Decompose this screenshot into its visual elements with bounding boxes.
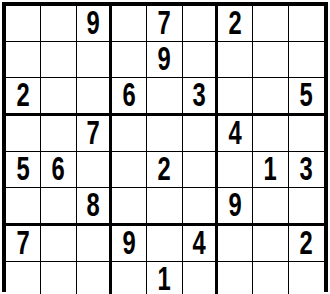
given-digit: 9: [86, 6, 99, 41]
cell-r3c2[interactable]: [41, 78, 76, 116]
cell-r3c5[interactable]: [147, 78, 182, 116]
cell-r2c4[interactable]: [112, 42, 147, 78]
given-digit: 1: [158, 262, 171, 294]
cell-r7c6[interactable]: 4: [183, 226, 218, 262]
cell-r5c5[interactable]: 2: [147, 152, 182, 188]
cell-r4c7[interactable]: 4: [218, 116, 253, 152]
cell-r4c8[interactable]: [253, 116, 288, 152]
cell-r6c7[interactable]: 9: [218, 188, 253, 226]
given-digit: 9: [158, 42, 171, 77]
given-digit: 3: [192, 78, 205, 113]
given-digit: 5: [300, 78, 313, 113]
cell-r5c4[interactable]: [112, 152, 147, 188]
cell-r3c8[interactable]: [253, 78, 288, 116]
cell-r6c2[interactable]: [41, 188, 76, 226]
given-digit: 6: [52, 152, 65, 187]
cell-r1c1[interactable]: [6, 6, 41, 42]
cell-r7c3[interactable]: [77, 226, 112, 262]
cell-r3c4[interactable]: 6: [112, 78, 147, 116]
given-digit: 2: [17, 78, 30, 113]
given-digit: 5: [17, 152, 30, 187]
cell-r2c1[interactable]: [6, 42, 41, 78]
cell-r5c9[interactable]: 3: [289, 152, 324, 188]
cell-r5c7[interactable]: [218, 152, 253, 188]
sudoku-board: 9729263574562138979421531: [2, 2, 328, 292]
cell-r3c1[interactable]: 2: [6, 78, 41, 116]
cell-r2c5[interactable]: 9: [147, 42, 182, 78]
cell-r5c3[interactable]: [77, 152, 112, 188]
cell-r1c5[interactable]: 7: [147, 6, 182, 42]
cell-r8c1[interactable]: [6, 262, 41, 294]
cell-r2c8[interactable]: [253, 42, 288, 78]
cell-r1c6[interactable]: [183, 6, 218, 42]
cell-r7c2[interactable]: [41, 226, 76, 262]
cell-r2c7[interactable]: [218, 42, 253, 78]
cell-r6c5[interactable]: [147, 188, 182, 226]
given-digit: 3: [300, 152, 313, 187]
cell-r6c3[interactable]: 8: [77, 188, 112, 226]
cell-r6c6[interactable]: [183, 188, 218, 226]
given-digit: 1: [264, 152, 277, 187]
cell-r7c8[interactable]: [253, 226, 288, 262]
cell-r1c3[interactable]: 9: [77, 6, 112, 42]
given-digit: 9: [229, 188, 242, 223]
cell-r7c1[interactable]: 7: [6, 226, 41, 262]
cell-r4c9[interactable]: [289, 116, 324, 152]
cell-r1c4[interactable]: [112, 6, 147, 42]
cell-r1c8[interactable]: [253, 6, 288, 42]
cell-r1c2[interactable]: [41, 6, 76, 42]
given-digit: 8: [86, 188, 99, 223]
cell-r4c4[interactable]: [112, 116, 147, 152]
cell-r2c2[interactable]: [41, 42, 76, 78]
cell-r1c7[interactable]: 2: [218, 6, 253, 42]
given-digit: 6: [123, 78, 136, 113]
cell-r2c9[interactable]: [289, 42, 324, 78]
cell-r2c6[interactable]: [183, 42, 218, 78]
cell-r4c1[interactable]: [6, 116, 41, 152]
cell-r4c3[interactable]: 7: [77, 116, 112, 152]
cell-r3c6[interactable]: 3: [183, 78, 218, 116]
cell-r8c3[interactable]: [77, 262, 112, 294]
cell-r7c4[interactable]: 9: [112, 226, 147, 262]
cell-r6c1[interactable]: [6, 188, 41, 226]
cell-r3c7[interactable]: [218, 78, 253, 116]
cell-r5c1[interactable]: 5: [6, 152, 41, 188]
cell-r4c6[interactable]: [183, 116, 218, 152]
given-digit: 7: [86, 116, 99, 151]
given-digit: 4: [229, 116, 242, 151]
cell-r8c6[interactable]: [183, 262, 218, 294]
cell-r6c4[interactable]: [112, 188, 147, 226]
given-digit: 2: [229, 6, 242, 41]
given-digit: 2: [158, 152, 171, 187]
cell-r5c8[interactable]: 1: [253, 152, 288, 188]
cell-r7c9[interactable]: 2: [289, 226, 324, 262]
cell-r8c8[interactable]: [253, 262, 288, 294]
given-digit: 7: [17, 226, 30, 261]
cell-r1c9[interactable]: [289, 6, 324, 42]
cell-r8c5[interactable]: 1: [147, 262, 182, 294]
cell-r3c3[interactable]: [77, 78, 112, 116]
cell-r5c6[interactable]: [183, 152, 218, 188]
cell-r7c5[interactable]: [147, 226, 182, 262]
cell-r2c3[interactable]: [77, 42, 112, 78]
cell-r4c5[interactable]: [147, 116, 182, 152]
given-digit: 2: [300, 226, 313, 261]
cell-r6c8[interactable]: [253, 188, 288, 226]
cell-r8c7[interactable]: [218, 262, 253, 294]
given-digit: 4: [192, 226, 205, 261]
given-digit: 7: [158, 6, 171, 41]
cell-r4c2[interactable]: [41, 116, 76, 152]
given-digit: 9: [123, 226, 136, 261]
cell-r7c7[interactable]: [218, 226, 253, 262]
cell-r8c2[interactable]: [41, 262, 76, 294]
cell-r8c9[interactable]: [289, 262, 324, 294]
cell-r6c9[interactable]: [289, 188, 324, 226]
cell-r5c2[interactable]: 6: [41, 152, 76, 188]
cell-r8c4[interactable]: [112, 262, 147, 294]
cell-r3c9[interactable]: 5: [289, 78, 324, 116]
